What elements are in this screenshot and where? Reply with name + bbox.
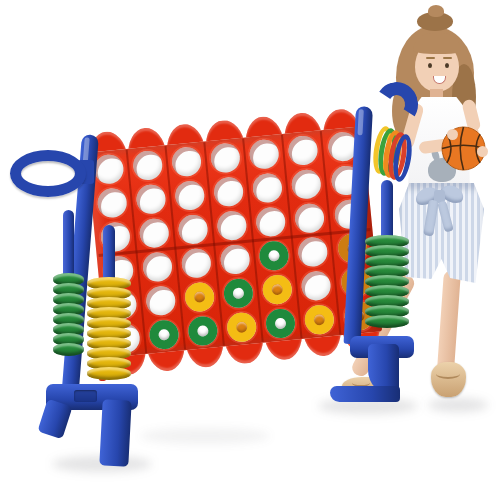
board-cell [180,278,222,316]
yellow-disc [261,273,293,305]
green-disc [187,315,219,347]
toss-ring [53,343,84,356]
board-hole [93,153,125,185]
product-photo-scene [0,0,500,500]
board-cell [283,131,325,169]
board-cell [205,139,247,177]
board-hole [258,239,290,271]
eye [428,63,432,68]
board-hole [96,187,128,219]
board-hole [184,281,216,313]
toss-ring [365,315,409,328]
board-cell [251,203,293,241]
board-cell [286,165,328,203]
board-hole [145,285,177,317]
board-cell [299,300,341,338]
board-cell [289,199,331,237]
board-cell [260,304,302,342]
board-cell [222,308,264,346]
board-hole [138,217,170,249]
board-cell [257,270,299,308]
board-cell [137,248,179,286]
board-cell [183,312,225,350]
yellow-disc [303,303,335,335]
board-hole [252,172,284,204]
ring-stack-yellow [87,280,131,380]
ring-stack-green-left [53,276,84,356]
green-disc [258,239,290,271]
toss-ring [87,367,131,380]
board-cell [215,240,257,278]
connect4-board-grid [89,127,380,356]
board-hole [135,183,167,215]
board-cell [92,184,134,222]
board-hole [210,142,242,174]
board-cell [176,244,218,282]
board-hole [171,145,203,177]
eye [445,63,449,68]
board-face [87,126,382,358]
board-cell [170,176,212,214]
board-cell [247,169,289,207]
board-hole [132,149,164,181]
hair-fringe [413,33,461,54]
board-cell [144,315,186,353]
board-hole [177,213,209,245]
eyebrow [443,57,452,59]
board-cell [209,172,251,210]
eyebrow [426,57,435,59]
board-cell [173,210,215,248]
board-hole [303,303,335,335]
yellow-disc [184,281,216,313]
child-leg [437,270,461,373]
board-cell [128,146,170,184]
board-cell [166,142,208,180]
board-hole [213,176,245,208]
board-hole [248,138,280,170]
yellow-disc [226,311,258,343]
board-hole [219,243,251,275]
board-cell [244,135,286,173]
sandal [431,362,466,397]
hand [477,146,488,157]
board-cell [134,214,176,252]
basketball-hoop [10,150,86,197]
right-foot-pad [330,386,400,402]
brand-plate [74,390,97,402]
board-hole [255,206,287,238]
ring-stack-green-right [365,238,409,328]
board-cell [95,218,137,256]
board-cell [131,180,173,218]
board-hole [290,168,322,200]
board-hole [223,277,255,309]
board-hole [174,179,206,211]
hand [447,129,458,140]
board-cell [293,233,335,271]
board-hole [300,270,332,302]
board-cell [218,274,260,312]
board-cell [141,281,183,319]
hair-bun-knot [428,5,444,17]
board-hole [287,134,319,166]
board-cell [254,236,296,274]
board-hole [148,318,180,350]
board-cell [212,206,254,244]
board-hole [142,251,174,283]
board-hole [187,315,219,347]
board-hole [265,307,297,339]
board-cell [296,266,338,304]
left-front-leg [99,399,131,466]
board-hole [297,236,329,268]
board-hole [180,247,212,279]
green-disc [148,318,180,350]
board-hole [261,273,293,305]
board-hole [216,209,248,241]
green-disc [223,277,255,309]
board-hole [226,311,258,343]
green-disc [265,307,297,339]
board-hole [294,202,326,234]
